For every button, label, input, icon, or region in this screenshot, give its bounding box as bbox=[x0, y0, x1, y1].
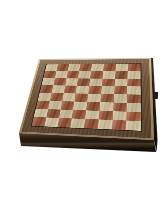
square-d7 bbox=[78, 71, 91, 78]
square-g6 bbox=[114, 79, 127, 87]
square-h4 bbox=[127, 94, 141, 103]
chess-board bbox=[19, 58, 154, 140]
square-h1 bbox=[126, 121, 141, 131]
square-e1 bbox=[84, 119, 99, 129]
square-d5 bbox=[76, 86, 89, 94]
square-h3 bbox=[127, 103, 141, 112]
square-f4 bbox=[100, 94, 114, 103]
square-f5 bbox=[101, 86, 114, 94]
square-c2 bbox=[59, 109, 73, 118]
square-a4 bbox=[38, 93, 52, 101]
square-g8 bbox=[115, 64, 128, 71]
square-h2 bbox=[126, 111, 140, 121]
square-e5 bbox=[88, 86, 101, 94]
square-h8 bbox=[128, 64, 141, 71]
square-f1 bbox=[98, 120, 113, 130]
product-photo bbox=[0, 0, 164, 200]
square-g4 bbox=[113, 94, 127, 103]
square-f8 bbox=[103, 64, 116, 71]
square-d8 bbox=[79, 64, 92, 71]
square-h6 bbox=[127, 79, 140, 87]
square-g3 bbox=[113, 102, 127, 111]
square-d1 bbox=[70, 119, 85, 129]
board-field bbox=[32, 64, 141, 131]
hinge-icon bbox=[153, 92, 158, 99]
square-f6 bbox=[102, 78, 115, 86]
square-h5 bbox=[127, 86, 141, 94]
square-e8 bbox=[91, 64, 104, 71]
square-g7 bbox=[115, 71, 128, 78]
square-e3 bbox=[86, 102, 100, 111]
square-d6 bbox=[77, 78, 90, 86]
square-h7 bbox=[128, 71, 141, 79]
square-e6 bbox=[89, 78, 102, 86]
square-g1 bbox=[112, 120, 127, 130]
square-c8 bbox=[68, 64, 81, 71]
square-e7 bbox=[90, 71, 103, 78]
square-f7 bbox=[102, 71, 115, 78]
square-g5 bbox=[114, 86, 127, 94]
